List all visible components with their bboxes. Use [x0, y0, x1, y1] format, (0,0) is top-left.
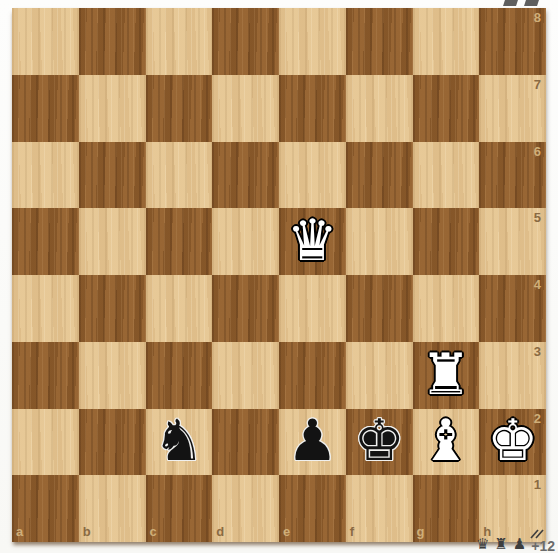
rank-label-3: 3: [534, 344, 541, 359]
square-b5[interactable]: [79, 208, 146, 275]
file-label-a: a: [16, 524, 23, 539]
rank-label-8: 8: [534, 10, 541, 25]
square-a4[interactable]: [12, 275, 79, 342]
rank-label-6: 6: [534, 144, 541, 159]
square-f3[interactable]: [346, 342, 413, 409]
square-b1[interactable]: b: [79, 475, 146, 542]
square-f1[interactable]: f: [346, 475, 413, 542]
material-advantage-bar: ♛ ♜ ♟ +12: [476, 537, 555, 553]
square-h3[interactable]: 3: [479, 342, 546, 409]
square-b3[interactable]: [79, 342, 146, 409]
square-f5[interactable]: [346, 208, 413, 275]
square-f6[interactable]: [346, 142, 413, 209]
black-pawn[interactable]: ♟: [287, 412, 338, 469]
white-bishop[interactable]: ♝: [420, 412, 471, 469]
square-g4[interactable]: [413, 275, 480, 342]
file-label-d: d: [216, 524, 224, 539]
file-label-c: c: [150, 524, 157, 539]
square-a5[interactable]: [12, 208, 79, 275]
black-king[interactable]: ♚: [354, 412, 405, 469]
file-label-f: f: [350, 524, 354, 539]
square-h5[interactable]: 5: [479, 208, 546, 275]
material-score: +12: [531, 537, 555, 553]
square-b7[interactable]: [79, 75, 146, 142]
square-c8[interactable]: [146, 8, 213, 75]
square-f2[interactable]: ♚: [346, 409, 413, 476]
rank-label-7: 7: [534, 77, 541, 92]
black-knight[interactable]: ♞: [153, 412, 204, 469]
square-h2[interactable]: ♚2: [479, 409, 546, 476]
captured-queen-icon: ♛: [476, 537, 489, 552]
chess-board: 876♛54♜3♞♟♚♝♚2abcdefgh1: [12, 8, 546, 542]
square-h4[interactable]: 4: [479, 275, 546, 342]
square-e7[interactable]: [279, 75, 346, 142]
square-g5[interactable]: [413, 208, 480, 275]
square-e6[interactable]: [279, 142, 346, 209]
square-a3[interactable]: [12, 342, 79, 409]
square-g6[interactable]: [413, 142, 480, 209]
square-d2[interactable]: [212, 409, 279, 476]
square-d7[interactable]: [212, 75, 279, 142]
cropped-icon-stub-left: [503, 0, 518, 6]
square-g8[interactable]: [413, 8, 480, 75]
square-c2[interactable]: ♞: [146, 409, 213, 476]
file-label-g: g: [417, 524, 425, 539]
rank-label-4: 4: [534, 277, 541, 292]
captured-pawn-icon: ♟: [513, 537, 526, 552]
square-b4[interactable]: [79, 275, 146, 342]
square-g3[interactable]: ♜: [413, 342, 480, 409]
square-d6[interactable]: [212, 142, 279, 209]
cropped-icon-stub-right: [524, 0, 539, 6]
square-g1[interactable]: g: [413, 475, 480, 542]
square-d5[interactable]: [212, 208, 279, 275]
square-b2[interactable]: [79, 409, 146, 476]
chess-board-page: 876♛54♜3♞♟♚♝♚2abcdefgh1 ♛ ♜ ♟ +12: [0, 0, 558, 553]
square-h7[interactable]: 7: [479, 75, 546, 142]
square-a8[interactable]: [12, 8, 79, 75]
square-e4[interactable]: [279, 275, 346, 342]
square-a1[interactable]: a: [12, 475, 79, 542]
white-rook[interactable]: ♜: [420, 346, 471, 403]
square-c4[interactable]: [146, 275, 213, 342]
rank-label-5: 5: [534, 210, 541, 225]
square-e1[interactable]: e: [279, 475, 346, 542]
square-d1[interactable]: d: [212, 475, 279, 542]
square-f7[interactable]: [346, 75, 413, 142]
captured-rook-icon: ♜: [494, 537, 507, 552]
square-c5[interactable]: [146, 208, 213, 275]
square-d3[interactable]: [212, 342, 279, 409]
square-a6[interactable]: [12, 142, 79, 209]
square-g2[interactable]: ♝: [413, 409, 480, 476]
file-label-b: b: [83, 524, 91, 539]
white-queen[interactable]: ♛: [287, 212, 338, 269]
square-d8[interactable]: [212, 8, 279, 75]
square-e8[interactable]: [279, 8, 346, 75]
square-h8[interactable]: 8: [479, 8, 546, 75]
white-king[interactable]: ♚: [487, 412, 538, 469]
square-h6[interactable]: 6: [479, 142, 546, 209]
rank-label-1: 1: [534, 477, 541, 492]
square-d4[interactable]: [212, 275, 279, 342]
square-c1[interactable]: c: [146, 475, 213, 542]
square-c6[interactable]: [146, 142, 213, 209]
square-f4[interactable]: [346, 275, 413, 342]
square-e2[interactable]: ♟: [279, 409, 346, 476]
square-e5[interactable]: ♛: [279, 208, 346, 275]
square-b8[interactable]: [79, 8, 146, 75]
square-f8[interactable]: [346, 8, 413, 75]
square-e3[interactable]: [279, 342, 346, 409]
square-g7[interactable]: [413, 75, 480, 142]
square-a7[interactable]: [12, 75, 79, 142]
square-b6[interactable]: [79, 142, 146, 209]
square-a2[interactable]: [12, 409, 79, 476]
square-c3[interactable]: [146, 342, 213, 409]
file-label-e: e: [283, 524, 290, 539]
square-c7[interactable]: [146, 75, 213, 142]
